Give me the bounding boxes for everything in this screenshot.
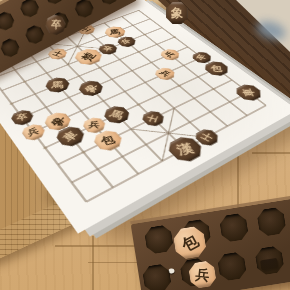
table-plank-seam (92, 236, 94, 290)
piece-character: 卒 (50, 20, 60, 30)
tray-hole (0, 36, 22, 59)
table-plank-seam (252, 152, 290, 154)
board-piece-dark-advisor[interactable]: 士 (139, 109, 168, 129)
piece-character: 兵 (88, 121, 100, 129)
tray-hole (142, 263, 173, 290)
board-piece-light-soldier[interactable]: 兵 (158, 47, 183, 62)
board-piece-dark-elephant[interactable]: 象 (76, 78, 107, 98)
tray-hole (143, 224, 174, 255)
tray-hole (18, 0, 41, 19)
piece-character: 馬 (51, 81, 63, 89)
tray-hole (256, 206, 287, 237)
piece-character: 象 (50, 116, 65, 126)
tray-hole (23, 23, 46, 46)
tray-hole (73, 0, 96, 20)
piece-character: 車 (241, 88, 256, 97)
board-piece-light-soldier[interactable]: 兵 (152, 66, 178, 82)
piece-character: 兵 (195, 267, 210, 282)
board-piece-dark-horse[interactable]: 馬 (101, 104, 134, 127)
tray-hole (0, 10, 16, 33)
board-piece-light-advisor[interactable]: 士 (45, 47, 69, 62)
tray-hole (97, 0, 120, 7)
board-piece-light-soldier[interactable]: 兵 (19, 122, 48, 143)
piece-character: 卒 (102, 46, 113, 52)
piece-character: 馬 (109, 29, 121, 36)
tray-hole (217, 251, 248, 282)
board-piece-dark-horse[interactable]: 馬 (43, 75, 73, 95)
tray-hole (254, 245, 285, 276)
piece-character: 包 (210, 65, 222, 73)
tray-hole (219, 212, 250, 243)
janggi-photo-scene: 士馬士楚兵兵象兵兵包卒卒馬象卒卒車馬包士車漢士 卒 包兵 象 (0, 0, 290, 290)
tray-hole (43, 0, 66, 6)
